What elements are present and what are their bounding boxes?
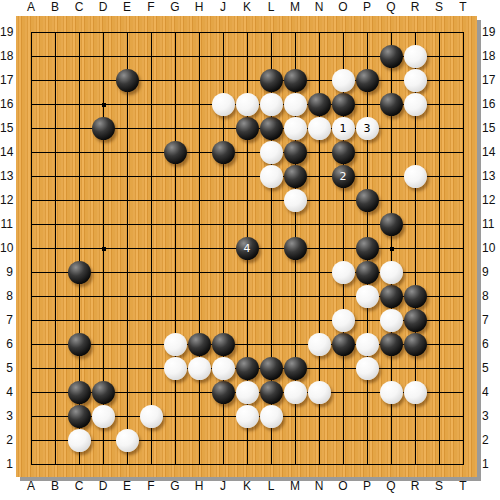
stone-white-G6[interactable] [164,333,187,356]
column-label-top-J: J [211,0,235,15]
row-label-left-19: 19 [0,25,13,39]
column-label-bottom-S: S [427,479,451,494]
row-label-right-6: 6 [482,337,500,351]
stone-black-K10[interactable]: 4 [236,237,259,260]
column-label-bottom-L: L [259,479,283,494]
grid-line-horizontal [31,440,464,441]
stone-black-C6[interactable] [68,333,91,356]
column-label-bottom-O: O [331,479,355,494]
stone-black-R6[interactable] [404,333,427,356]
grid-line-horizontal [31,464,464,465]
stone-white-K4[interactable] [236,381,259,404]
stone-white-H5[interactable] [188,357,211,380]
stone-white-K16[interactable] [236,93,259,116]
stone-white-J16[interactable] [212,93,235,116]
stone-white-O7[interactable] [332,309,355,332]
row-label-right-16: 16 [482,97,500,111]
move-number-1: 1 [340,123,347,134]
stone-white-O17[interactable] [332,69,355,92]
row-label-right-11: 11 [482,217,500,231]
stone-white-P5[interactable] [356,357,379,380]
goban[interactable]: 2413 [16,16,477,477]
stone-black-N16[interactable] [308,93,331,116]
stone-black-D4[interactable] [92,381,115,404]
row-label-right-19: 19 [482,25,500,39]
column-label-top-G: G [163,0,187,15]
stone-white-L14[interactable] [260,141,283,164]
stone-white-N6[interactable] [308,333,331,356]
row-label-right-1: 1 [482,457,500,471]
row-label-left-18: 18 [0,49,13,63]
stone-black-P9[interactable] [356,261,379,284]
row-label-left-13: 13 [0,169,13,183]
stone-white-C2[interactable] [68,429,91,452]
stone-white-M4[interactable] [284,381,307,404]
column-label-top-P: P [355,0,379,15]
stone-black-P17[interactable] [356,69,379,92]
row-label-left-12: 12 [0,193,13,207]
row-label-right-18: 18 [482,49,500,63]
column-label-top-O: O [331,0,355,15]
column-label-top-M: M [283,0,307,15]
column-label-bottom-A: A [19,479,43,494]
column-label-top-K: K [235,0,259,15]
column-label-top-E: E [115,0,139,15]
column-label-top-Q: Q [379,0,403,15]
stone-white-G5[interactable] [164,357,187,380]
stone-black-M5[interactable] [284,357,307,380]
column-label-top-N: N [307,0,331,15]
stone-white-J5[interactable] [212,357,235,380]
column-label-bottom-H: H [187,479,211,494]
column-label-top-H: H [187,0,211,15]
column-label-top-C: C [67,0,91,15]
stone-black-Q8[interactable] [380,285,403,308]
row-label-right-13: 13 [482,169,500,183]
column-label-bottom-D: D [91,479,115,494]
row-label-right-5: 5 [482,361,500,375]
row-label-left-1: 1 [0,457,13,471]
go-diagram-page: 2413 AABBCCDDEEFFGGHHJJKKLLMMNNOOPPQQRRS… [0,0,500,500]
row-label-right-2: 2 [482,433,500,447]
stone-black-Q18[interactable] [380,45,403,68]
row-label-right-12: 12 [482,193,500,207]
row-label-left-9: 9 [0,265,13,279]
column-label-bottom-P: P [355,479,379,494]
stone-black-P12[interactable] [356,189,379,212]
stone-black-J4[interactable] [212,381,235,404]
stone-black-J6[interactable] [212,333,235,356]
stone-black-C4[interactable] [68,381,91,404]
stone-black-M14[interactable] [284,141,307,164]
stone-black-D15[interactable] [92,117,115,140]
stone-black-M10[interactable] [284,237,307,260]
stone-black-P10[interactable] [356,237,379,260]
column-label-bottom-N: N [307,479,331,494]
stone-white-Q7[interactable] [380,309,403,332]
row-label-left-4: 4 [0,385,13,399]
star-point-D16 [102,103,106,107]
stone-black-O13[interactable]: 2 [332,165,355,188]
row-label-left-14: 14 [0,145,13,159]
row-label-right-9: 9 [482,265,500,279]
stone-white-O9[interactable] [332,261,355,284]
stone-black-Q11[interactable] [380,213,403,236]
row-label-left-6: 6 [0,337,13,351]
stone-white-Q9[interactable] [380,261,403,284]
stone-black-K5[interactable] [236,357,259,380]
stone-black-Q16[interactable] [380,93,403,116]
star-point-Q10 [390,247,394,251]
column-label-top-T: T [451,0,475,15]
stone-white-R16[interactable] [404,93,427,116]
column-label-top-S: S [427,0,451,15]
row-label-left-10: 10 [0,241,13,255]
move-number-2: 2 [340,171,347,182]
stone-white-P6[interactable] [356,333,379,356]
star-point-D10 [102,247,106,251]
row-label-left-16: 16 [0,97,13,111]
stone-white-R17[interactable] [404,69,427,92]
column-label-bottom-G: G [163,479,187,494]
row-label-left-17: 17 [0,73,13,87]
stone-black-C3[interactable] [68,405,91,428]
column-label-top-A: A [19,0,43,15]
row-label-right-10: 10 [482,241,500,255]
stone-white-M12[interactable] [284,189,307,212]
row-label-left-7: 7 [0,313,13,327]
column-label-top-F: F [139,0,163,15]
column-label-top-D: D [91,0,115,15]
grid-line-vertical [463,32,464,465]
stone-black-L4[interactable] [260,381,283,404]
row-label-right-17: 17 [482,73,500,87]
column-label-bottom-R: R [403,479,427,494]
stone-white-K3[interactable] [236,405,259,428]
column-label-bottom-B: B [43,479,67,494]
stone-black-L17[interactable] [260,69,283,92]
stone-black-O16[interactable] [332,93,355,116]
stone-white-P15[interactable]: 3 [356,117,379,140]
move-number-3: 3 [364,123,371,134]
stone-black-L15[interactable] [260,117,283,140]
stone-black-J14[interactable] [212,141,235,164]
column-label-bottom-Q: Q [379,479,403,494]
stone-black-K15[interactable] [236,117,259,140]
row-label-left-5: 5 [0,361,13,375]
row-label-left-2: 2 [0,433,13,447]
column-label-bottom-E: E [115,479,139,494]
row-label-left-11: 11 [0,217,13,231]
row-label-left-15: 15 [0,121,13,135]
stone-white-R18[interactable] [404,45,427,68]
stone-black-R8[interactable] [404,285,427,308]
move-number-4: 4 [244,243,251,254]
stone-black-L5[interactable] [260,357,283,380]
stone-white-F3[interactable] [140,405,163,428]
stone-white-P8[interactable] [356,285,379,308]
column-label-bottom-M: M [283,479,307,494]
stone-black-Q6[interactable] [380,333,403,356]
stone-black-O14[interactable] [332,141,355,164]
stone-black-M17[interactable] [284,69,307,92]
stone-black-H6[interactable] [188,333,211,356]
column-label-bottom-T: T [451,479,475,494]
stone-black-M13[interactable] [284,165,307,188]
stone-white-Q4[interactable] [380,381,403,404]
row-label-right-4: 4 [482,385,500,399]
column-label-top-R: R [403,0,427,15]
stone-white-N4[interactable] [308,381,331,404]
stone-white-R4[interactable] [404,381,427,404]
stone-white-E2[interactable] [116,429,139,452]
column-label-bottom-C: C [67,479,91,494]
grid-line-vertical [439,32,440,465]
row-label-left-8: 8 [0,289,13,303]
stone-white-L16[interactable] [260,93,283,116]
stone-black-E17[interactable] [116,69,139,92]
stone-white-L13[interactable] [260,165,283,188]
row-label-left-3: 3 [0,409,13,423]
column-label-bottom-K: K [235,479,259,494]
stone-white-R13[interactable] [404,165,427,188]
column-label-top-L: L [259,0,283,15]
column-label-top-B: B [43,0,67,15]
stone-white-D3[interactable] [92,405,115,428]
stone-white-M15[interactable] [284,117,307,140]
row-label-right-8: 8 [482,289,500,303]
stone-black-R7[interactable] [404,309,427,332]
stone-black-O6[interactable] [332,333,355,356]
stone-white-N15[interactable] [308,117,331,140]
row-label-right-15: 15 [482,121,500,135]
stone-white-M16[interactable] [284,93,307,116]
row-label-right-3: 3 [482,409,500,423]
stone-black-G14[interactable] [164,141,187,164]
stone-white-L3[interactable] [260,405,283,428]
column-label-bottom-J: J [211,479,235,494]
stone-white-O15[interactable]: 1 [332,117,355,140]
row-label-right-14: 14 [482,145,500,159]
row-label-right-7: 7 [482,313,500,327]
stone-black-C9[interactable] [68,261,91,284]
column-label-bottom-F: F [139,479,163,494]
